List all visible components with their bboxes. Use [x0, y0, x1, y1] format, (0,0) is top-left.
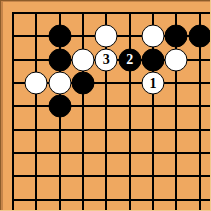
intersection-c4-r8: [71, 165, 94, 188]
intersection-c5-r6: [95, 118, 118, 141]
intersection-c2-r9: [25, 188, 48, 211]
intersection-c5-r3: 3: [95, 48, 118, 71]
intersection-c4-r7: [71, 141, 94, 164]
white-stone: [165, 48, 188, 71]
intersection-c9-r1: [188, 1, 211, 24]
intersection-c2-r6: [25, 118, 48, 141]
intersection-c6-r1: [118, 1, 141, 24]
intersection-c9-r8: [188, 165, 211, 188]
intersection-c9-r2: [188, 25, 211, 48]
intersection-c9-r4: [188, 71, 211, 94]
intersection-c3-r9: [48, 188, 71, 211]
intersection-c1-r4: [1, 71, 24, 94]
intersection-c3-r4: [48, 71, 71, 94]
intersection-c9-r5: [188, 95, 211, 118]
intersection-c7-r2: [141, 25, 164, 48]
intersection-c4-r2: [71, 25, 94, 48]
intersection-c6-r3: 2: [118, 48, 141, 71]
intersection-c7-r9: [141, 188, 164, 211]
intersection-c1-r9: [1, 188, 24, 211]
intersection-c5-r7: [95, 141, 118, 164]
intersection-c4-r1: [71, 1, 94, 24]
intersection-c3-r2: [48, 25, 71, 48]
white-stone: [95, 25, 118, 48]
intersection-c4-r9: [71, 188, 94, 211]
intersection-c5-r9: [95, 188, 118, 211]
intersection-c5-r5: [95, 95, 118, 118]
intersection-c6-r4: [118, 71, 141, 94]
intersection-c8-r7: [165, 141, 188, 164]
intersection-c3-r8: [48, 165, 71, 188]
white-stone: [72, 48, 95, 71]
intersection-c4-r6: [71, 118, 94, 141]
intersection-c1-r2: [1, 25, 24, 48]
black-stone: [72, 72, 95, 95]
edge-highlight-bottom: [0, 210, 211, 211]
black-stone: [165, 25, 188, 48]
intersection-c4-r3: [71, 48, 94, 71]
intersection-c5-r2: [95, 25, 118, 48]
intersection-c5-r1: [95, 1, 118, 24]
white-stone: [48, 72, 71, 95]
intersection-c3-r1: [48, 1, 71, 24]
intersection-c8-r1: [165, 1, 188, 24]
intersection-c8-r4: [165, 71, 188, 94]
edge-highlight-right: [210, 0, 211, 211]
intersection-c8-r8: [165, 165, 188, 188]
intersection-c1-r7: [1, 141, 24, 164]
intersection-c5-r4: [95, 71, 118, 94]
intersection-c1-r6: [1, 118, 24, 141]
white-stone: [142, 25, 165, 48]
intersection-c3-r7: [48, 141, 71, 164]
intersection-c6-r5: [118, 95, 141, 118]
intersection-c1-r8: [1, 165, 24, 188]
black-stone: [48, 25, 71, 48]
intersection-c6-r6: [118, 118, 141, 141]
white-stone: [25, 72, 48, 95]
intersection-c7-r1: [141, 1, 164, 24]
go-diagram: 321: [0, 0, 211, 211]
intersection-c8-r2: [165, 25, 188, 48]
intersection-c5-r8: [95, 165, 118, 188]
intersection-c2-r5: [25, 95, 48, 118]
intersection-c1-r3: [1, 48, 24, 71]
goban-grid: 321: [1, 1, 211, 211]
black-stone-move-2: 2: [118, 48, 141, 71]
intersection-c2-r1: [25, 1, 48, 24]
intersection-c6-r9: [118, 188, 141, 211]
intersection-c6-r8: [118, 165, 141, 188]
intersection-c9-r3: [188, 48, 211, 71]
intersection-c3-r3: [48, 48, 71, 71]
black-stone: [188, 25, 211, 48]
white-stone-move-3: 3: [95, 48, 118, 71]
intersection-c9-r7: [188, 141, 211, 164]
intersection-c2-r3: [25, 48, 48, 71]
intersection-c6-r2: [118, 25, 141, 48]
intersection-c6-r7: [118, 141, 141, 164]
black-stone: [142, 48, 165, 71]
intersection-c9-r9: [188, 188, 211, 211]
intersection-c7-r8: [141, 165, 164, 188]
black-stone: [48, 48, 71, 71]
intersection-c3-r6: [48, 118, 71, 141]
intersection-c2-r7: [25, 141, 48, 164]
white-stone-move-1: 1: [142, 72, 165, 95]
intersection-c9-r6: [188, 118, 211, 141]
intersection-c7-r7: [141, 141, 164, 164]
intersection-c8-r3: [165, 48, 188, 71]
intersection-c2-r2: [25, 25, 48, 48]
intersection-c8-r5: [165, 95, 188, 118]
intersection-c8-r9: [165, 188, 188, 211]
intersection-c4-r5: [71, 95, 94, 118]
intersection-c7-r3: [141, 48, 164, 71]
intersection-c2-r8: [25, 165, 48, 188]
intersection-c7-r5: [141, 95, 164, 118]
intersection-c8-r6: [165, 118, 188, 141]
intersection-c1-r5: [1, 95, 24, 118]
intersection-c3-r5: [48, 95, 71, 118]
intersection-c7-r6: [141, 118, 164, 141]
intersection-c4-r4: [71, 71, 94, 94]
intersection-c2-r4: [25, 71, 48, 94]
intersection-c7-r4: 1: [141, 71, 164, 94]
black-stone: [48, 95, 71, 118]
intersection-c1-r1: [1, 1, 24, 24]
